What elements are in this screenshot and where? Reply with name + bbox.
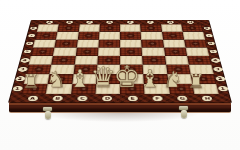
square-d8[interactable]: [99, 24, 120, 31]
rank-label-left-8-label: 8: [30, 27, 37, 30]
square-b7[interactable]: [56, 32, 78, 40]
file-label-g-label: G: [177, 96, 188, 102]
square-h8[interactable]: [181, 24, 203, 31]
piece-white-bishop-c1[interactable]: ♝: [69, 67, 91, 91]
square-f7[interactable]: [141, 32, 163, 40]
square-c6[interactable]: [76, 39, 98, 47]
back-file-label-f-label: F: [147, 21, 154, 24]
file-label-a-label: A: [27, 96, 38, 102]
rank-label-right-3-label: 3: [212, 67, 222, 72]
square-c5[interactable]: [75, 47, 98, 55]
piece-white-king-e1[interactable]: ♚: [114, 62, 141, 92]
clasp-hook: [45, 111, 51, 119]
square-d6[interactable]: [98, 39, 120, 47]
piece-white-rook-a1[interactable]: ♜: [22, 72, 39, 91]
rank-label-left-6-label: 6: [25, 42, 33, 45]
rank-label-left-7-label: 7: [27, 34, 35, 37]
rank-label-left-5-label: 5: [23, 50, 31, 53]
square-f8[interactable]: [140, 24, 161, 31]
square-d7[interactable]: [99, 32, 120, 40]
square-a8[interactable]: [37, 24, 59, 31]
piece-white-bishop-f1[interactable]: ♝: [139, 67, 161, 91]
file-label-d-label: D: [102, 96, 112, 102]
rank-label-right-4-label: 4: [210, 58, 220, 63]
file-label-c-label: C: [77, 96, 87, 102]
square-a4[interactable]: [29, 56, 54, 65]
square-g7[interactable]: [162, 32, 184, 40]
rank-label-right-2-label: 2: [215, 76, 226, 81]
back-file-label-e-label: E: [127, 21, 133, 24]
square-e8[interactable]: [120, 24, 141, 31]
square-c7[interactable]: [77, 32, 99, 40]
file-label-g: G: [169, 94, 195, 103]
square-g4[interactable]: [165, 56, 189, 65]
square-g6[interactable]: [163, 39, 186, 47]
chess-set-photo: ABCDEFGH8877665544332211ABCDEFGH ♜♞♝♛♚♝♞…: [0, 0, 240, 150]
frame-corner-front-right: [219, 94, 232, 103]
square-e7[interactable]: [120, 32, 141, 40]
file-label-f-label: F: [152, 96, 162, 102]
square-h4[interactable]: [187, 56, 212, 65]
rank-label-right-4: 4: [209, 56, 221, 65]
rank-label-right-5-label: 5: [209, 50, 217, 53]
square-a7[interactable]: [35, 32, 58, 40]
square-h6[interactable]: [184, 39, 207, 47]
back-file-label-h-label: H: [187, 21, 194, 24]
rank-label-right-5: 5: [207, 47, 219, 55]
back-file-label-d-label: D: [107, 21, 113, 24]
file-label-d: D: [95, 94, 120, 103]
square-b5[interactable]: [53, 47, 76, 55]
piece-white-knight-g1[interactable]: ♞: [163, 69, 183, 91]
back-file-label-g-label: G: [167, 21, 174, 24]
square-g8[interactable]: [161, 24, 183, 31]
rank-label-right-2: 2: [214, 74, 227, 84]
square-g5[interactable]: [164, 47, 187, 55]
square-h7[interactable]: [182, 32, 205, 40]
square-b4[interactable]: [51, 56, 75, 65]
rank-label-right-8-label: 8: [203, 27, 210, 30]
file-label-c: C: [70, 94, 96, 103]
square-b8[interactable]: [58, 24, 80, 31]
square-d5[interactable]: [98, 47, 120, 55]
file-label-e-label: E: [127, 96, 137, 102]
square-e5[interactable]: [120, 47, 142, 55]
piece-white-knight-b1[interactable]: ♞: [46, 69, 66, 91]
square-b6[interactable]: [55, 39, 78, 47]
piece-white-queen-d1[interactable]: ♛: [90, 64, 115, 92]
piece-white-rook-h1[interactable]: ♜: [187, 72, 204, 91]
file-label-b: B: [44, 94, 70, 103]
back-file-label-a-label: A: [46, 21, 53, 24]
file-label-b-label: B: [52, 96, 63, 102]
square-f6[interactable]: [141, 39, 163, 47]
rank-label-right-1-label: 1: [217, 86, 228, 91]
rank-label-right-1: 1: [216, 84, 229, 94]
rank-label-right-8: 8: [201, 24, 212, 31]
rank-label-right-6: 6: [205, 39, 216, 47]
file-label-h-label: H: [202, 96, 213, 102]
file-label-e: E: [120, 94, 145, 103]
square-f4[interactable]: [142, 56, 165, 65]
back-file-label-c-label: C: [86, 21, 93, 24]
square-c8[interactable]: [78, 24, 99, 31]
square-f5[interactable]: [142, 47, 165, 55]
clasp-hook: [181, 110, 187, 118]
file-label-h: H: [194, 94, 221, 103]
square-a6[interactable]: [33, 39, 56, 47]
square-a5[interactable]: [31, 47, 55, 55]
left-clasp[interactable]: [43, 107, 52, 119]
right-clasp[interactable]: [179, 106, 188, 118]
rank-label-right-3: 3: [211, 65, 224, 74]
rank-label-right-7-label: 7: [205, 34, 213, 37]
square-e6[interactable]: [120, 39, 142, 47]
rank-label-right-6-label: 6: [207, 42, 215, 45]
file-label-f: F: [145, 94, 171, 103]
square-h5[interactable]: [185, 47, 209, 55]
file-label-a: A: [19, 94, 46, 103]
rank-label-right-7: 7: [203, 32, 214, 40]
back-file-label-b-label: B: [66, 21, 73, 24]
